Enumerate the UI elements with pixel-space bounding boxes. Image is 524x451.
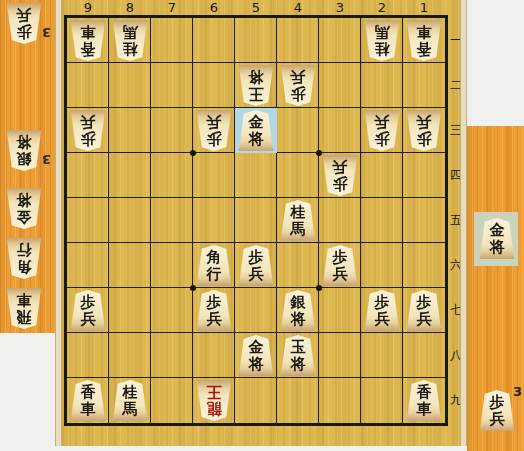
piece-kanji: 桂 <box>291 204 306 221</box>
board-overlay: 香車桂馬桂馬香車王将歩兵歩兵歩兵金将歩兵歩兵歩兵桂馬角行歩兵歩兵歩兵歩兵銀将歩兵… <box>67 18 445 423</box>
piece-promoted-rook-69[interactable]: 龍王 <box>196 380 232 421</box>
piece-kanji: 兵 <box>417 114 432 131</box>
piece-kanji: 歩 <box>375 131 390 148</box>
piece-kanji: 歩 <box>490 394 505 411</box>
piece-kanji: 歩 <box>207 294 222 311</box>
piece-kanji: 兵 <box>333 266 348 283</box>
piece-silver-47[interactable]: 銀将 <box>280 290 316 331</box>
piece-kanji: 歩 <box>291 86 306 103</box>
star-point <box>316 285 322 291</box>
piece-kanji: 馬 <box>123 24 138 41</box>
piece-kanji: 車 <box>81 401 96 418</box>
piece-kanji: 角 <box>207 249 222 266</box>
piece-kanji: 金 <box>249 114 264 131</box>
piece-kanji: 香 <box>81 384 96 401</box>
piece-knight-81[interactable]: 桂馬 <box>112 20 148 61</box>
board-grid: 香車桂馬桂馬香車王将歩兵歩兵歩兵金将歩兵歩兵歩兵桂馬角行歩兵歩兵歩兵歩兵銀将歩兵… <box>64 15 448 426</box>
piece-kanji: 歩 <box>81 131 96 148</box>
piece-pawn-34[interactable]: 歩兵 <box>322 155 358 196</box>
piece-kanji: 龍 <box>207 401 222 418</box>
piece-kanji: 兵 <box>81 114 96 131</box>
piece-kanji: 香 <box>81 41 96 58</box>
piece-pawn-36[interactable]: 歩兵 <box>322 245 358 286</box>
file-label-1: 1 <box>403 0 445 15</box>
piece-kanji: 車 <box>81 24 96 41</box>
piece-kanji: 銀 <box>291 294 306 311</box>
piece-knight-89[interactable]: 桂馬 <box>112 380 148 421</box>
piece-lance-91[interactable]: 香車 <box>70 20 106 61</box>
piece-kanji: 将 <box>17 192 32 209</box>
piece-kanji: 歩 <box>207 131 222 148</box>
piece-kanji: 角 <box>17 259 32 276</box>
piece-kanji: 兵 <box>417 311 432 328</box>
piece-pawn-13[interactable]: 歩兵 <box>406 110 442 151</box>
piece-kanji: 兵 <box>291 69 306 86</box>
piece-bishop-66[interactable]: 角行 <box>196 245 232 286</box>
piece-kanji: 兵 <box>333 159 348 176</box>
piece-kanji: 将 <box>490 239 505 256</box>
piece-kanji: 兵 <box>17 7 32 24</box>
piece-lance-11[interactable]: 香車 <box>406 20 442 61</box>
file-label-5: 5 <box>235 0 277 15</box>
piece-kanji: 歩 <box>417 294 432 311</box>
piece-kanji: 銀 <box>17 151 32 168</box>
piece-king-48[interactable]: 玉将 <box>280 335 316 376</box>
piece-kanji: 歩 <box>81 294 96 311</box>
piece-kanji: 馬 <box>375 24 390 41</box>
piece-kanji: 車 <box>417 24 432 41</box>
piece-kanji: 金 <box>490 222 505 239</box>
piece-kanji: 行 <box>207 266 222 283</box>
piece-pawn-97[interactable]: 歩兵 <box>70 290 106 331</box>
piece-kanji: 将 <box>291 356 306 373</box>
piece-kanji: 桂 <box>123 384 138 401</box>
hand-count-gote-silver: 3 <box>42 152 51 167</box>
file-labels: 987654321 <box>67 0 445 15</box>
piece-kanji: 歩 <box>417 131 432 148</box>
piece-lance-19[interactable]: 香車 <box>406 380 442 421</box>
piece-gold-58[interactable]: 金将 <box>238 335 274 376</box>
piece-silver[interactable]: 銀将 <box>6 130 42 171</box>
piece-kanji: 兵 <box>81 311 96 328</box>
file-label-7: 7 <box>151 0 193 15</box>
file-label-4: 4 <box>277 0 319 15</box>
piece-kanji: 金 <box>249 339 264 356</box>
piece-bishop[interactable]: 角行 <box>6 238 42 279</box>
gote-captured-stand: 歩兵3銀将3金将角行飛車 <box>0 0 55 333</box>
piece-rook[interactable]: 飛車 <box>6 288 42 329</box>
piece-pawn[interactable]: 歩兵 <box>6 3 42 44</box>
piece-kanji: 車 <box>417 401 432 418</box>
piece-king-52[interactable]: 王将 <box>238 65 274 106</box>
hand-count-gote-pawn: 3 <box>42 25 51 40</box>
file-label-9: 9 <box>67 0 109 15</box>
piece-kanji: 香 <box>417 41 432 58</box>
piece-kanji: 行 <box>17 242 32 259</box>
piece-kanji: 歩 <box>333 249 348 266</box>
piece-kanji: 馬 <box>291 221 306 238</box>
piece-kanji: 馬 <box>123 401 138 418</box>
hand-count-sente-pawn: 3 <box>513 384 522 399</box>
piece-kanji: 兵 <box>375 114 390 131</box>
star-point <box>190 285 196 291</box>
piece-kanji: 兵 <box>490 411 505 428</box>
piece-lance-99[interactable]: 香車 <box>70 380 106 421</box>
piece-kanji: 香 <box>417 384 432 401</box>
shogi-app: 歩兵3銀将3金将角行飛車 987654321 一二三四五六七八九 香車桂馬桂馬香… <box>0 0 524 451</box>
piece-kanji: 歩 <box>333 176 348 193</box>
piece-knight-21[interactable]: 桂馬 <box>364 20 400 61</box>
piece-gold[interactable]: 金将 <box>6 188 42 229</box>
file-label-8: 8 <box>109 0 151 15</box>
piece-kanji: 金 <box>17 209 32 226</box>
piece-kanji: 歩 <box>17 24 32 41</box>
board-edge-strip-left <box>55 0 62 446</box>
piece-pawn-67[interactable]: 歩兵 <box>196 290 232 331</box>
piece-kanji: 王 <box>249 86 264 103</box>
piece-kanji: 桂 <box>123 41 138 58</box>
piece-kanji: 歩 <box>249 249 264 266</box>
piece-kanji: 兵 <box>375 311 390 328</box>
piece-kanji: 兵 <box>249 266 264 283</box>
piece-kanji: 玉 <box>291 339 306 356</box>
file-label-2: 2 <box>361 0 403 15</box>
sente-captured-stand: 金将歩兵3 <box>467 126 524 451</box>
piece-pawn-27[interactable]: 歩兵 <box>364 290 400 331</box>
star-point <box>316 150 322 156</box>
piece-kanji: 将 <box>249 69 264 86</box>
piece-pawn-42[interactable]: 歩兵 <box>280 65 316 106</box>
piece-kanji: 兵 <box>207 114 222 131</box>
shogi-board: 987654321 一二三四五六七八九 香車桂馬桂馬香車王将歩兵歩兵歩兵金将歩兵… <box>62 0 462 446</box>
file-label-3: 3 <box>319 0 361 15</box>
piece-pawn-63[interactable]: 歩兵 <box>196 110 232 151</box>
piece-kanji: 将 <box>17 134 32 151</box>
piece-pawn-56[interactable]: 歩兵 <box>238 245 274 286</box>
piece-knight-45[interactable]: 桂馬 <box>280 200 316 241</box>
board-edge-strip-right <box>460 0 467 446</box>
piece-kanji: 車 <box>17 292 32 309</box>
piece-pawn-23[interactable]: 歩兵 <box>364 110 400 151</box>
piece-kanji: 将 <box>249 356 264 373</box>
piece-kanji: 将 <box>291 311 306 328</box>
piece-kanji: 将 <box>249 131 264 148</box>
piece-pawn-93[interactable]: 歩兵 <box>70 110 106 151</box>
piece-kanji: 歩 <box>375 294 390 311</box>
piece-kanji: 兵 <box>207 311 222 328</box>
piece-pawn-17[interactable]: 歩兵 <box>406 290 442 331</box>
piece-kanji: 飛 <box>17 309 32 326</box>
piece-kanji: 王 <box>207 384 222 401</box>
piece-pawn[interactable]: 歩兵 <box>479 390 515 431</box>
star-point <box>190 150 196 156</box>
file-label-6: 6 <box>193 0 235 15</box>
piece-kanji: 桂 <box>375 41 390 58</box>
